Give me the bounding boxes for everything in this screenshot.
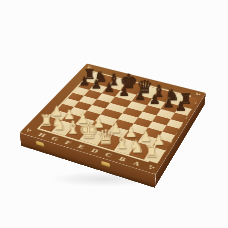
piece-bp: ♟ [134, 91, 145, 103]
file-label-e: E [79, 144, 84, 150]
piece-wq: ♛ [97, 128, 115, 147]
piece-bp: ♟ [103, 83, 114, 94]
piece-wn: ♞ [129, 140, 145, 156]
file-label-f: F [66, 140, 71, 145]
corner-ornament-icon [149, 165, 152, 167]
corner-ornament-icon [27, 128, 30, 130]
piece-bp: ♟ [175, 101, 187, 113]
file-label-h: H [40, 132, 45, 137]
board-frame: ♜♞♝♚♛♝♞♜♟♟♟♟♟♟♟♟♟♟♟♟♟♟♟♟♜♞♝♚♛♝♞♜ HGFEDCB… [20, 63, 206, 174]
piece-bp: ♟ [90, 79, 101, 90]
file-label-a: A [135, 160, 139, 166]
piece-wb: ♝ [114, 134, 131, 151]
piece-bp: ♟ [118, 86, 129, 98]
brass-clasp-icon [36, 141, 45, 148]
file-label-d: D [92, 148, 96, 154]
file-label-b: B [120, 156, 124, 162]
piece-bp: ♟ [162, 98, 174, 110]
square-a1: ♜ [144, 146, 166, 163]
chess-board: ♜♞♝♚♛♝♞♜♟♟♟♟♟♟♟♟♟♟♟♟♟♟♟♟♜♞♝♚♛♝♞♜ HGFEDCB… [20, 63, 206, 174]
piece-bp: ♟ [149, 94, 161, 106]
corner-ornament-icon [196, 92, 198, 93]
rank-label-8: 8 [193, 102, 197, 103]
brass-clasp-icon [101, 161, 110, 168]
piece-wr: ♜ [143, 145, 158, 160]
rank-label-7: 7 [188, 109, 192, 110]
file-label-c: C [106, 152, 110, 158]
file-label-g: G [52, 136, 57, 141]
piece-bp: ♟ [79, 76, 90, 87]
chess-set-product-photo: ♜♞♝♚♛♝♞♜♟♟♟♟♟♟♟♟♟♟♟♟♟♟♟♟♜♞♝♚♛♝♞♜ HGFEDCB… [0, 0, 228, 228]
